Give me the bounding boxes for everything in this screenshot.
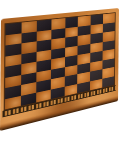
photo-background [0, 0, 120, 144]
square-r8c4 [50, 86, 64, 99]
square-r8c5 [64, 84, 77, 97]
square-r8c2 [21, 92, 36, 106]
chessboard [0, 8, 119, 131]
square-r8c7 [90, 78, 102, 90]
square-r8c3 [36, 89, 51, 102]
square-r8c6 [77, 81, 90, 93]
square-r8c8 [102, 76, 114, 88]
